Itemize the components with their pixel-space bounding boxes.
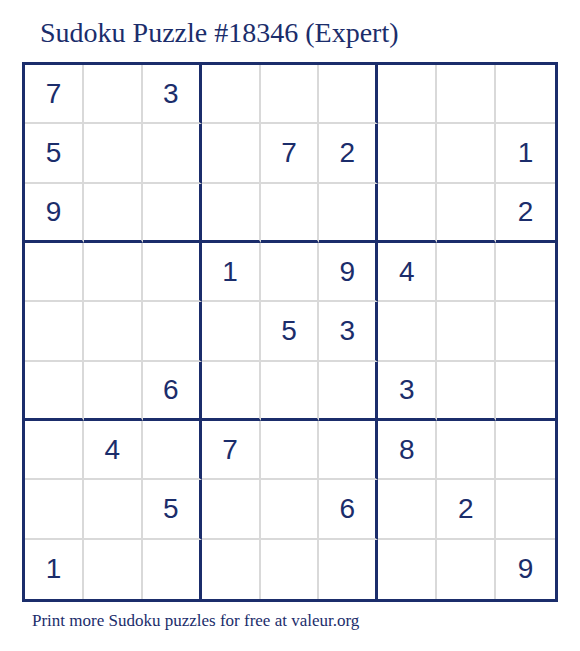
cell-r1c5[interactable]	[261, 65, 320, 124]
cell-r7c9[interactable]	[496, 421, 555, 480]
footer-text: Print more Sudoku puzzles for free at va…	[32, 611, 359, 631]
cell-r1c8[interactable]	[437, 65, 496, 124]
cell-r4c3[interactable]	[143, 243, 202, 302]
cell-r7c3[interactable]	[143, 421, 202, 480]
cell-r5c7[interactable]	[378, 302, 437, 361]
cell-r8c1[interactable]	[25, 480, 84, 539]
cell-r9c4[interactable]	[202, 540, 261, 599]
cell-r5c3[interactable]	[143, 302, 202, 361]
cell-r2c1[interactable]: 5	[25, 124, 84, 183]
cell-r8c6[interactable]: 6	[319, 480, 378, 539]
cell-r7c4[interactable]: 7	[202, 421, 261, 480]
cell-r6c4[interactable]	[202, 362, 261, 421]
cell-r1c2[interactable]	[84, 65, 143, 124]
cell-r1c7[interactable]	[378, 65, 437, 124]
cell-r8c5[interactable]	[261, 480, 320, 539]
cell-r4c8[interactable]	[437, 243, 496, 302]
cell-r2c7[interactable]	[378, 124, 437, 183]
cell-r9c6[interactable]	[319, 540, 378, 599]
cell-r3c8[interactable]	[437, 184, 496, 243]
cell-r3c3[interactable]	[143, 184, 202, 243]
cell-r6c7[interactable]: 3	[378, 362, 437, 421]
cell-r7c7[interactable]: 8	[378, 421, 437, 480]
cell-r3c2[interactable]	[84, 184, 143, 243]
cell-r3c5[interactable]	[261, 184, 320, 243]
cell-r6c2[interactable]	[84, 362, 143, 421]
cell-r7c2[interactable]: 4	[84, 421, 143, 480]
cell-r3c6[interactable]	[319, 184, 378, 243]
cell-r2c4[interactable]	[202, 124, 261, 183]
cell-r4c9[interactable]	[496, 243, 555, 302]
cell-r7c8[interactable]	[437, 421, 496, 480]
cell-r9c9[interactable]: 9	[496, 540, 555, 599]
cell-r5c1[interactable]	[25, 302, 84, 361]
cell-r4c1[interactable]	[25, 243, 84, 302]
cell-r5c2[interactable]	[84, 302, 143, 361]
cell-r3c7[interactable]	[378, 184, 437, 243]
cell-r2c8[interactable]	[437, 124, 496, 183]
cell-r6c9[interactable]	[496, 362, 555, 421]
cell-r1c6[interactable]	[319, 65, 378, 124]
cell-r2c5[interactable]: 7	[261, 124, 320, 183]
cell-r7c5[interactable]	[261, 421, 320, 480]
cell-r8c4[interactable]	[202, 480, 261, 539]
cell-r9c8[interactable]	[437, 540, 496, 599]
cell-r6c5[interactable]	[261, 362, 320, 421]
cell-r1c1[interactable]: 7	[25, 65, 84, 124]
cell-r2c3[interactable]	[143, 124, 202, 183]
sudoku-board: 73572192194536347856219	[22, 62, 558, 602]
cell-r3c4[interactable]	[202, 184, 261, 243]
cell-r7c6[interactable]	[319, 421, 378, 480]
cell-r4c2[interactable]	[84, 243, 143, 302]
cell-r2c2[interactable]	[84, 124, 143, 183]
cell-r5c8[interactable]	[437, 302, 496, 361]
page-title: Sudoku Puzzle #18346 (Expert)	[40, 17, 399, 49]
cell-r2c9[interactable]: 1	[496, 124, 555, 183]
cell-r9c2[interactable]	[84, 540, 143, 599]
cell-r7c1[interactable]	[25, 421, 84, 480]
cell-r1c3[interactable]: 3	[143, 65, 202, 124]
cell-r9c5[interactable]	[261, 540, 320, 599]
cell-r4c6[interactable]: 9	[319, 243, 378, 302]
cell-r8c8[interactable]: 2	[437, 480, 496, 539]
cell-r6c1[interactable]	[25, 362, 84, 421]
cell-r4c5[interactable]	[261, 243, 320, 302]
cell-r5c9[interactable]	[496, 302, 555, 361]
cell-r8c9[interactable]	[496, 480, 555, 539]
cell-r8c7[interactable]	[378, 480, 437, 539]
cell-r2c6[interactable]: 2	[319, 124, 378, 183]
cell-r1c4[interactable]	[202, 65, 261, 124]
cell-r9c1[interactable]: 1	[25, 540, 84, 599]
cell-r8c3[interactable]: 5	[143, 480, 202, 539]
cell-r9c3[interactable]	[143, 540, 202, 599]
sudoku-page: Sudoku Puzzle #18346 (Expert) 7357219219…	[0, 0, 580, 651]
cell-r4c7[interactable]: 4	[378, 243, 437, 302]
cell-r8c2[interactable]	[84, 480, 143, 539]
cell-r4c4[interactable]: 1	[202, 243, 261, 302]
cell-r6c3[interactable]: 6	[143, 362, 202, 421]
cell-r9c7[interactable]	[378, 540, 437, 599]
cell-r3c9[interactable]: 2	[496, 184, 555, 243]
cell-r5c6[interactable]: 3	[319, 302, 378, 361]
cell-r1c9[interactable]	[496, 65, 555, 124]
cell-r5c5[interactable]: 5	[261, 302, 320, 361]
cell-r3c1[interactable]: 9	[25, 184, 84, 243]
cell-r5c4[interactable]	[202, 302, 261, 361]
cell-r6c6[interactable]	[319, 362, 378, 421]
cell-r6c8[interactable]	[437, 362, 496, 421]
